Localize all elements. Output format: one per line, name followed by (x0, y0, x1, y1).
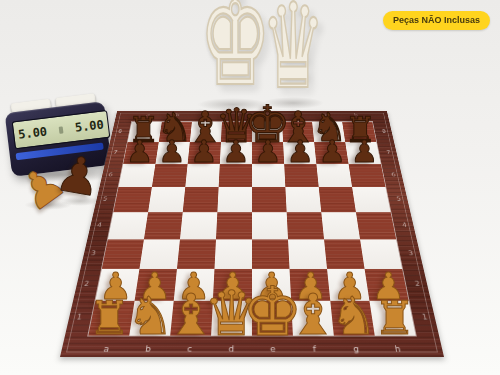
square-a8 (128, 122, 162, 142)
square-c6 (185, 164, 220, 187)
square-d7 (220, 142, 252, 164)
square-b2 (135, 269, 177, 301)
square-g3 (324, 239, 365, 268)
square-f7 (283, 142, 316, 164)
square-e4 (252, 212, 288, 239)
product-photo-chess-set: ♚ ♛ 5.00 5.00 ♟ ♟ aabbccddeeffgghh887766… (0, 0, 500, 375)
square-d6 (219, 164, 252, 187)
square-f2 (290, 269, 331, 301)
coord-rank-6-right: 6 (391, 172, 396, 177)
coord-rank-7-left: 7 (113, 150, 118, 155)
square-e6 (252, 164, 285, 187)
square-g8 (312, 122, 345, 142)
coord-file-c-top: c (206, 113, 209, 117)
square-e5 (252, 187, 287, 212)
coord-file-f-top: f (295, 113, 297, 117)
square-d3 (214, 239, 252, 268)
square-f1 (291, 301, 334, 336)
coord-file-g-top: g (324, 113, 328, 117)
coord-file-f-bottom: f (312, 344, 316, 353)
square-f3 (288, 239, 327, 268)
coord-rank-7-right: 7 (386, 150, 391, 155)
square-a4 (108, 212, 148, 239)
square-g4 (321, 212, 360, 239)
square-b8 (159, 122, 192, 142)
coord-file-d-bottom: d (228, 344, 234, 353)
coord-file-d-top: d (235, 113, 239, 117)
square-d5 (217, 187, 252, 212)
coord-rank-3-left: 3 (90, 250, 96, 256)
coord-file-b-bottom: b (145, 344, 152, 353)
square-a3 (102, 239, 144, 268)
coord-rank-1-left: 1 (76, 314, 82, 321)
display-white-queen: ♛ (261, 0, 325, 106)
square-f6 (284, 164, 319, 187)
square-c8 (190, 122, 222, 142)
square-c1 (170, 301, 213, 336)
clock-time-left: 5.00 (17, 124, 47, 141)
square-h7 (345, 142, 380, 164)
square-c4 (180, 212, 217, 239)
square-a2 (95, 269, 139, 301)
coord-file-e-bottom: e (270, 344, 276, 353)
coord-rank-5-left: 5 (103, 197, 108, 202)
coord-rank-5-right: 5 (396, 197, 401, 202)
square-a1 (88, 301, 134, 336)
square-h1 (369, 301, 415, 336)
coord-rank-8-right: 8 (382, 129, 387, 133)
clock-time-right: 5.00 (74, 117, 104, 134)
square-e8 (252, 122, 283, 142)
coord-file-g-bottom: g (353, 344, 360, 353)
square-g6 (316, 164, 352, 187)
coord-file-h-top: h (354, 113, 358, 117)
square-f4 (287, 212, 324, 239)
square-e3 (252, 239, 290, 268)
square-f5 (285, 187, 321, 212)
square-h6 (349, 164, 386, 187)
square-g5 (319, 187, 356, 212)
square-h2 (365, 269, 409, 301)
square-b1 (129, 301, 173, 336)
square-c7 (188, 142, 221, 164)
square-b7 (155, 142, 189, 164)
square-f8 (282, 122, 314, 142)
square-c3 (177, 239, 216, 268)
square-a6 (119, 164, 156, 187)
coord-file-e-top: e (265, 113, 269, 117)
square-b3 (139, 239, 180, 268)
square-h4 (356, 212, 396, 239)
square-e1 (252, 301, 293, 336)
coord-rank-2-right: 2 (414, 281, 420, 288)
coord-rank-1-right: 1 (422, 314, 428, 321)
coord-file-b-top: b (176, 113, 180, 117)
board-grid (88, 122, 415, 336)
square-b5 (148, 187, 185, 212)
square-e7 (252, 142, 284, 164)
chess-board: aabbccddeeffgghh8877665544332211 (60, 111, 444, 357)
coord-rank-2-left: 2 (83, 281, 89, 288)
coord-rank-3-right: 3 (408, 250, 414, 256)
square-b6 (152, 164, 188, 187)
coord-file-c-bottom: c (187, 344, 193, 353)
coord-file-a-top: a (146, 113, 150, 117)
coord-rank-8-left: 8 (118, 129, 123, 133)
square-a5 (113, 187, 151, 212)
square-g7 (314, 142, 348, 164)
coord-file-a-bottom: a (103, 344, 110, 353)
square-d2 (213, 269, 252, 301)
coord-file-h-bottom: h (394, 344, 401, 353)
square-d4 (216, 212, 252, 239)
square-h5 (352, 187, 390, 212)
pieces-not-included-badge: Peças NÃO Inclusas (383, 11, 490, 30)
square-d1 (211, 301, 252, 336)
square-c2 (174, 269, 215, 301)
square-b4 (144, 212, 183, 239)
square-g1 (330, 301, 374, 336)
square-a7 (123, 142, 158, 164)
square-h3 (360, 239, 402, 268)
square-d8 (221, 122, 252, 142)
coord-rank-4-right: 4 (402, 222, 408, 228)
square-h8 (342, 122, 376, 142)
coord-rank-4-left: 4 (97, 222, 103, 228)
square-g2 (327, 269, 369, 301)
square-c5 (183, 187, 219, 212)
coord-rank-6-left: 6 (108, 172, 113, 177)
square-e2 (252, 269, 291, 301)
clock-display-divider (59, 126, 64, 133)
